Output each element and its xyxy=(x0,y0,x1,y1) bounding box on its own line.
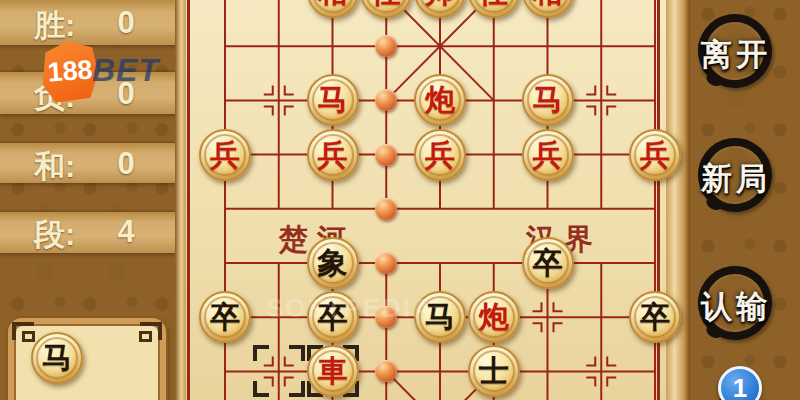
leave-button-label: 离开 xyxy=(674,34,798,76)
tray-ornament-icon xyxy=(132,322,162,346)
188bet-logo: 188 BET xyxy=(40,34,152,106)
leave-button[interactable]: 离开 xyxy=(690,14,800,110)
piece-red-soldier[interactable]: 兵 xyxy=(307,129,359,181)
piece-black-soldier[interactable]: 卒 xyxy=(629,291,681,343)
resign-button[interactable]: 认输 xyxy=(690,266,800,362)
piece-red-soldier[interactable]: 兵 xyxy=(199,129,251,181)
captured-pieces-tray: 马 xyxy=(8,318,166,400)
new-game-button-label: 新局 xyxy=(674,158,798,200)
piece-red-horse[interactable]: 马 xyxy=(522,74,574,126)
piece-red-chariot[interactable]: 車 xyxy=(307,345,359,397)
piece-red-cannon[interactable]: 炮 xyxy=(468,291,520,343)
piece-black-soldier[interactable]: 卒 xyxy=(307,291,359,343)
188bet-logo-bet: BET xyxy=(92,52,159,89)
bead-marker xyxy=(375,198,397,220)
draws-label: 和: xyxy=(34,146,75,188)
piece-red-soldier[interactable]: 兵 xyxy=(414,129,466,181)
piece-red-cannon[interactable]: 炮 xyxy=(414,74,466,126)
stat-row-rank: 段: 4 xyxy=(0,214,176,250)
bead-marker xyxy=(375,144,397,166)
draws-value: 0 xyxy=(102,146,150,182)
rank-label: 段: xyxy=(34,214,75,256)
right-sidebar: 离开 新局 认输 1 xyxy=(690,0,800,400)
game-screen: 胜: 0 负: 0 和: 0 段: 4 188 BET 马 xyxy=(0,0,800,400)
piece-black-soldier[interactable]: 卒 xyxy=(522,237,574,289)
last-move-from-marker xyxy=(253,345,305,397)
piece-black-elephant[interactable]: 象 xyxy=(307,237,359,289)
new-game-button[interactable]: 新局 xyxy=(690,138,800,234)
piece-black-soldier[interactable]: 卒 xyxy=(199,291,251,343)
piece-red-soldier[interactable]: 兵 xyxy=(629,129,681,181)
piece-red-horse[interactable]: 马 xyxy=(307,74,359,126)
left-sidebar: 胜: 0 负: 0 和: 0 段: 4 188 BET 马 xyxy=(0,0,176,400)
captured-piece-black-horse: 马 xyxy=(31,332,83,384)
notification-badge[interactable]: 1 xyxy=(718,366,762,400)
xiangqi-board[interactable]: 楚河 汉界 相仕帅仕相马炮马兵兵兵兵兵象卒卒卒马炮卒車士 xyxy=(175,0,690,400)
stat-row-draws: 和: 0 xyxy=(0,146,176,182)
piece-red-soldier[interactable]: 兵 xyxy=(522,129,574,181)
piece-black-horse[interactable]: 马 xyxy=(414,291,466,343)
piece-black-advisor[interactable]: 士 xyxy=(468,345,520,397)
rank-value: 4 xyxy=(102,214,150,250)
resign-button-label: 认输 xyxy=(674,286,798,328)
